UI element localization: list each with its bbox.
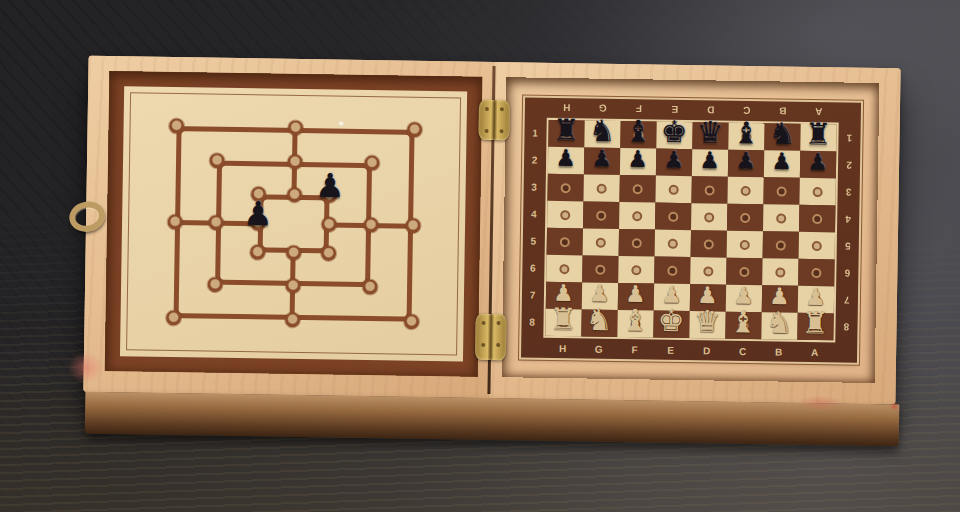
piece-black-king[interactable]: ♚ xyxy=(660,117,687,147)
chess-board-face: HGFEDCBA HGFEDCBA 12345678 12345678 ♜♞♝♚… xyxy=(502,77,880,383)
square-e3[interactable] xyxy=(655,176,691,204)
square-f5[interactable] xyxy=(618,229,654,257)
piece-black-bishop[interactable]: ♝ xyxy=(624,116,651,146)
piece-white-rook[interactable]: ♜ xyxy=(549,304,576,334)
piece-white-knight[interactable]: ♞ xyxy=(585,304,612,334)
rank-label-3: 3 xyxy=(841,178,855,205)
square-b6[interactable] xyxy=(762,258,798,286)
square-e8[interactable]: ♚ xyxy=(653,311,689,339)
file-labels-bottom: HGFEDCBA xyxy=(545,341,833,361)
square-d2[interactable]: ♟ xyxy=(691,149,727,177)
rank-label-1: 1 xyxy=(528,120,542,147)
photo-scene: ♟♟ HGFEDCBA HGFEDCBA 12345678 12345678 ♜… xyxy=(0,0,960,512)
piece-black-pawn[interactable]: ♟ xyxy=(555,146,576,169)
square-d5[interactable] xyxy=(690,230,726,258)
piece-black-pawn[interactable]: ♟ xyxy=(735,149,756,172)
peg-hole xyxy=(776,186,786,196)
peg-hole xyxy=(740,212,750,222)
morris-peg-black-inner-ne[interactable]: ♟ xyxy=(315,169,345,202)
morris-point-outer-ne[interactable] xyxy=(406,122,421,137)
peg-hole xyxy=(667,265,677,275)
square-f2[interactable]: ♟ xyxy=(619,148,655,176)
square-f6[interactable] xyxy=(618,256,654,284)
chess-grid: ♜♞♝♚♛♝♞♜♟♟♟♟♟♟♟♟♟♟♟♟♟♟♟♟♜♞♝♚♛♝♞♜ xyxy=(545,120,836,340)
chess-board: HGFEDCBA HGFEDCBA 12345678 12345678 ♜♞♝♚… xyxy=(521,97,861,362)
square-b8[interactable]: ♞ xyxy=(761,312,797,340)
square-e4[interactable] xyxy=(655,203,691,231)
peg-hole xyxy=(595,264,605,274)
square-e5[interactable] xyxy=(654,230,690,258)
square-b2[interactable]: ♟ xyxy=(763,150,799,178)
rank-label-5: 5 xyxy=(840,232,854,259)
morris-point-outer-s[interactable] xyxy=(284,312,299,327)
rank-labels-left: 12345678 xyxy=(525,120,542,336)
square-c2[interactable]: ♟ xyxy=(727,150,763,178)
peg-hole xyxy=(560,210,570,220)
rank-label-8: 8 xyxy=(525,309,539,336)
piece-black-knight[interactable]: ♞ xyxy=(768,118,795,148)
peg-hole xyxy=(704,185,714,195)
rank-label-5: 5 xyxy=(526,228,540,255)
square-f4[interactable] xyxy=(619,202,655,230)
file-label-b: B xyxy=(761,344,797,360)
square-g8[interactable]: ♞ xyxy=(581,309,617,337)
hinge-top-icon xyxy=(478,100,510,140)
square-h4[interactable] xyxy=(547,201,583,229)
peg-hole xyxy=(739,266,749,276)
piece-black-queen[interactable]: ♛ xyxy=(696,117,723,147)
peg-hole xyxy=(739,239,749,249)
square-b4[interactable] xyxy=(763,204,799,232)
square-g5[interactable] xyxy=(582,228,618,256)
morris-point-middle-ne[interactable] xyxy=(364,155,379,170)
peg-hole xyxy=(668,184,678,194)
peg-hole xyxy=(595,237,605,247)
square-a8[interactable]: ♜ xyxy=(797,313,833,341)
morris-peg-black-inner-w[interactable]: ♟ xyxy=(243,197,273,230)
chess-grid-frame: ♜♞♝♚♛♝♞♜♟♟♟♟♟♟♟♟♟♟♟♟♟♟♟♟♜♞♝♚♛♝♞♜ xyxy=(543,118,838,343)
square-c6[interactable] xyxy=(726,258,762,286)
rank-label-8: 8 xyxy=(839,313,853,340)
game-box: ♟♟ HGFEDCBA HGFEDCBA 12345678 12345678 ♜… xyxy=(83,56,900,405)
peg-hole xyxy=(811,241,821,251)
square-h6[interactable] xyxy=(546,255,582,283)
file-label-e: E xyxy=(653,343,689,359)
square-h3[interactable] xyxy=(547,174,583,202)
morris-half: ♟♟ xyxy=(83,56,494,398)
square-d1[interactable]: ♛ xyxy=(692,122,728,150)
file-label-d: D xyxy=(689,343,725,359)
chess-half: HGFEDCBA HGFEDCBA 12345678 12345678 ♜♞♝♚… xyxy=(489,62,900,404)
peg-hole xyxy=(811,268,821,278)
rank-label-2: 2 xyxy=(841,151,855,178)
peg-hole xyxy=(596,210,606,220)
morris-point-outer-sw[interactable] xyxy=(165,310,180,325)
white-speck xyxy=(339,122,344,126)
square-c1[interactable]: ♝ xyxy=(728,123,764,151)
square-d3[interactable] xyxy=(691,176,727,204)
rank-label-1: 1 xyxy=(842,124,856,151)
rank-label-7: 7 xyxy=(839,286,853,313)
square-b1[interactable]: ♞ xyxy=(764,123,800,151)
peg-hole xyxy=(631,265,641,275)
piece-black-knight[interactable]: ♞ xyxy=(588,115,615,145)
square-e6[interactable] xyxy=(654,257,690,285)
square-c8[interactable]: ♝ xyxy=(725,312,761,340)
rank-label-7: 7 xyxy=(525,282,539,309)
piece-black-pawn[interactable]: ♟ xyxy=(699,148,720,171)
square-h5[interactable] xyxy=(546,228,582,256)
piece-white-rook[interactable]: ♜ xyxy=(801,308,828,338)
square-f8[interactable]: ♝ xyxy=(617,310,653,338)
file-label-a: A xyxy=(796,345,832,361)
square-g3[interactable] xyxy=(583,174,619,202)
peg-hole xyxy=(704,212,714,222)
square-h8[interactable]: ♜ xyxy=(545,309,581,337)
peg-hole xyxy=(667,238,677,248)
square-f1[interactable]: ♝ xyxy=(620,121,656,149)
peg-hole xyxy=(812,214,822,224)
hinge-bottom-icon xyxy=(475,314,507,360)
square-h2[interactable]: ♟ xyxy=(547,147,583,175)
square-e2[interactable]: ♟ xyxy=(655,149,691,177)
piece-white-bishop[interactable]: ♝ xyxy=(621,305,648,335)
square-g4[interactable] xyxy=(583,201,619,229)
square-a5[interactable] xyxy=(798,232,834,260)
piece-black-pawn[interactable]: ♟ xyxy=(807,150,828,173)
square-a3[interactable] xyxy=(799,178,835,206)
file-label-c: C xyxy=(725,344,761,360)
peg-hole xyxy=(560,183,570,193)
morris-point-inner-n[interactable] xyxy=(286,187,301,202)
peg-hole xyxy=(631,238,641,248)
piece-black-rook[interactable]: ♜ xyxy=(552,115,579,145)
morris-point-outer-se[interactable] xyxy=(403,314,418,329)
square-c4[interactable] xyxy=(727,204,763,232)
morris-panel: ♟♟ xyxy=(120,86,467,361)
rank-label-4: 4 xyxy=(841,205,855,232)
peg-hole xyxy=(703,239,713,249)
piece-white-knight[interactable]: ♞ xyxy=(765,307,792,337)
square-d6[interactable] xyxy=(690,257,726,285)
peg-hole xyxy=(775,240,785,250)
piece-black-pawn[interactable]: ♟ xyxy=(663,148,684,171)
piece-white-king[interactable]: ♚ xyxy=(657,306,684,336)
piece-black-rook[interactable]: ♜ xyxy=(804,119,831,149)
peg-hole xyxy=(776,213,786,223)
square-a4[interactable] xyxy=(799,205,835,233)
peg-hole xyxy=(740,185,750,195)
piece-black-pawn[interactable]: ♟ xyxy=(591,147,612,170)
square-a6[interactable] xyxy=(798,259,834,287)
piece-white-queen[interactable]: ♛ xyxy=(693,306,720,336)
square-a1[interactable]: ♜ xyxy=(800,124,836,152)
peg-hole xyxy=(775,267,785,277)
square-g2[interactable]: ♟ xyxy=(583,147,619,175)
square-c3[interactable] xyxy=(727,177,763,205)
peg-hole xyxy=(632,184,642,194)
peg-hole xyxy=(632,211,642,221)
piece-black-bishop[interactable]: ♝ xyxy=(732,118,759,148)
square-d8[interactable]: ♛ xyxy=(689,311,725,339)
square-g6[interactable] xyxy=(582,255,618,283)
rank-label-4: 4 xyxy=(527,201,541,228)
peg-hole xyxy=(812,187,822,197)
morris-point-outer-e[interactable] xyxy=(405,218,420,233)
peg-hole xyxy=(596,183,606,193)
morris-board-face: ♟♟ xyxy=(105,71,483,377)
file-label-f: F xyxy=(617,342,653,358)
piece-black-pawn[interactable]: ♟ xyxy=(771,150,792,173)
square-h1[interactable]: ♜ xyxy=(548,120,584,148)
square-g1[interactable]: ♞ xyxy=(584,120,620,148)
rank-labels-right: 12345678 xyxy=(839,124,856,340)
piece-white-bishop[interactable]: ♝ xyxy=(729,307,756,337)
file-label-g: G xyxy=(581,341,617,357)
rank-label-6: 6 xyxy=(526,255,540,282)
square-e1[interactable]: ♚ xyxy=(656,122,692,150)
square-b5[interactable] xyxy=(762,231,798,259)
rank-label-3: 3 xyxy=(527,174,541,201)
peg-hole xyxy=(559,264,569,274)
square-c5[interactable] xyxy=(726,231,762,259)
square-a2[interactable]: ♟ xyxy=(799,151,835,179)
file-label-h: H xyxy=(545,341,581,357)
square-f3[interactable] xyxy=(619,175,655,203)
piece-black-pawn[interactable]: ♟ xyxy=(627,147,648,170)
morris-board: ♟♟ xyxy=(173,126,414,322)
rank-label-2: 2 xyxy=(527,147,541,174)
peg-hole xyxy=(559,237,569,247)
peg-hole xyxy=(668,211,678,221)
peg-hole xyxy=(703,266,713,276)
rank-label-6: 6 xyxy=(840,259,854,286)
square-d4[interactable] xyxy=(691,203,727,231)
square-b3[interactable] xyxy=(763,177,799,205)
